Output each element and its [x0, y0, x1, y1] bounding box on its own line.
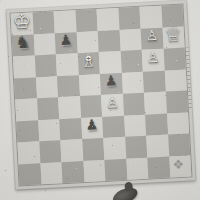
- square-g2[interactable]: [146, 135, 169, 158]
- square-d2[interactable]: [82, 138, 105, 161]
- square-h6[interactable]: [163, 48, 186, 71]
- square-h4[interactable]: [165, 90, 188, 113]
- square-g6[interactable]: ♙: [142, 49, 165, 72]
- square-b8[interactable]: [32, 11, 55, 34]
- piece-black-pawn-e5[interactable]: ♟: [100, 69, 123, 92]
- square-f2[interactable]: [125, 136, 148, 159]
- square-f4[interactable]: [122, 93, 145, 116]
- piece-white-bishop-d6[interactable]: ♗: [77, 49, 100, 72]
- square-h3[interactable]: [167, 112, 190, 135]
- square-f5[interactable]: [121, 71, 144, 94]
- square-b3[interactable]: [38, 119, 61, 142]
- square-g3[interactable]: [145, 113, 168, 136]
- square-a7[interactable]: ♞: [12, 34, 35, 57]
- piece-black-pawn-c7[interactable]: ♟: [55, 29, 78, 52]
- piece-white-king-a8[interactable]: ♔: [10, 9, 33, 32]
- square-d6[interactable]: ♗: [77, 52, 100, 75]
- square-c1[interactable]: [61, 161, 84, 184]
- square-a2[interactable]: [17, 141, 40, 164]
- square-e2[interactable]: [103, 137, 126, 160]
- piece-white-pawn-g7[interactable]: ♙: [140, 24, 163, 47]
- board-grid: ♔♞♟♙♕♗♙♟♙♟❖: [11, 5, 192, 186]
- square-f3[interactable]: [124, 114, 147, 137]
- square-c6[interactable]: [56, 53, 79, 76]
- square-b7[interactable]: [33, 33, 56, 56]
- square-f7[interactable]: [119, 28, 142, 51]
- square-b4[interactable]: [37, 97, 60, 120]
- square-a6[interactable]: [13, 55, 36, 78]
- square-e7[interactable]: [98, 29, 121, 52]
- square-a5[interactable]: [14, 77, 37, 100]
- chessboard: ♔♞♟♙♕♗♙♟♙♟❖: [6, 0, 195, 189]
- square-g4[interactable]: [144, 92, 167, 115]
- square-e4[interactable]: ♙: [101, 94, 124, 117]
- square-c3[interactable]: [59, 118, 82, 141]
- square-e8[interactable]: [96, 8, 119, 31]
- square-d8[interactable]: [75, 9, 98, 32]
- photo-grain-dark: [0, 0, 1, 1]
- square-a1[interactable]: [18, 163, 41, 186]
- square-d1[interactable]: [83, 159, 106, 182]
- photo-grain-light: [0, 0, 1, 1]
- square-b6[interactable]: [34, 54, 57, 77]
- square-d5[interactable]: [78, 74, 101, 97]
- square-g5[interactable]: [143, 70, 166, 93]
- square-b5[interactable]: [35, 76, 58, 99]
- piece-white-pawn-g6[interactable]: ♙: [142, 46, 165, 69]
- square-f1[interactable]: [126, 157, 149, 180]
- offboard-captured-piece[interactable]: [110, 185, 139, 200]
- piece-white-queen-h7[interactable]: ♕: [162, 23, 185, 46]
- square-c5[interactable]: [57, 75, 80, 98]
- square-a4[interactable]: [15, 98, 38, 121]
- square-e1[interactable]: [104, 158, 127, 181]
- square-b1[interactable]: [40, 162, 63, 185]
- square-c7[interactable]: ♟: [55, 32, 78, 55]
- square-b2[interactable]: [39, 140, 62, 163]
- board-logo-diamond: ❖: [167, 154, 189, 176]
- square-h7[interactable]: ♕: [162, 26, 185, 49]
- piece-black-knight-a7[interactable]: ♞: [12, 31, 35, 54]
- square-f8[interactable]: [118, 7, 141, 30]
- square-h1[interactable]: ❖: [169, 155, 192, 178]
- square-a3[interactable]: [16, 120, 39, 143]
- square-c2[interactable]: [60, 139, 83, 162]
- piece-white-pawn-e4[interactable]: ♙: [101, 91, 124, 114]
- square-f6[interactable]: [120, 50, 143, 73]
- square-h5[interactable]: [164, 69, 187, 92]
- square-d3[interactable]: ♟: [81, 116, 104, 139]
- piece-black-pawn-d3[interactable]: ♟: [80, 113, 103, 136]
- square-e3[interactable]: [102, 115, 125, 138]
- square-c4[interactable]: [58, 96, 81, 119]
